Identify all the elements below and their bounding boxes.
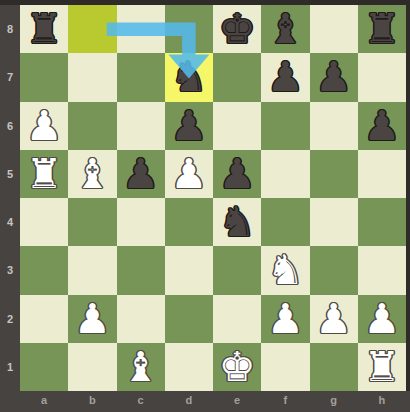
square-a2[interactable]: [20, 295, 68, 343]
black-king-e8[interactable]: ♚: [219, 5, 256, 53]
square-c5[interactable]: ♟: [117, 150, 165, 198]
square-b3[interactable]: [68, 246, 116, 294]
square-e6[interactable]: [213, 102, 261, 150]
rank-coordinate-panel: [0, 5, 20, 412]
square-c3[interactable]: [117, 246, 165, 294]
square-c1[interactable]: ♝: [117, 343, 165, 391]
rank-label-6: 6: [0, 120, 20, 131]
square-a5[interactable]: ♜: [20, 150, 68, 198]
white-pawn-f2[interactable]: ♟: [267, 295, 304, 343]
white-pawn-a6[interactable]: ♟: [26, 102, 63, 150]
square-h5[interactable]: [358, 150, 406, 198]
square-a7[interactable]: [20, 53, 68, 101]
square-b5[interactable]: ♝: [68, 150, 116, 198]
square-d3[interactable]: [165, 246, 213, 294]
black-pawn-f7[interactable]: ♟: [267, 53, 304, 101]
square-a8[interactable]: ♜: [20, 5, 68, 53]
square-f8[interactable]: ♝: [261, 5, 309, 53]
square-a4[interactable]: [20, 198, 68, 246]
square-c6[interactable]: [117, 102, 165, 150]
square-e3[interactable]: [213, 246, 261, 294]
square-h2[interactable]: ♟: [358, 295, 406, 343]
file-label-d: d: [179, 395, 199, 406]
rank-label-1: 1: [0, 361, 20, 372]
white-knight-f3[interactable]: ♞: [267, 246, 304, 294]
rank-label-5: 5: [0, 168, 20, 179]
file-label-e: e: [227, 395, 247, 406]
black-pawn-g7[interactable]: ♟: [315, 53, 352, 101]
square-b8[interactable]: [68, 5, 116, 53]
square-h3[interactable]: [358, 246, 406, 294]
file-label-h: h: [372, 395, 392, 406]
square-g1[interactable]: [310, 343, 358, 391]
square-f1[interactable]: [261, 343, 309, 391]
rank-label-2: 2: [0, 313, 20, 324]
square-f2[interactable]: ♟: [261, 295, 309, 343]
file-label-b: b: [82, 395, 102, 406]
rank-label-4: 4: [0, 217, 20, 228]
rank-label-3: 3: [0, 265, 20, 276]
square-e1[interactable]: ♚: [213, 343, 261, 391]
square-e5[interactable]: ♟: [213, 150, 261, 198]
black-knight-d7[interactable]: ♞: [170, 53, 207, 101]
black-rook-a8[interactable]: ♜: [26, 5, 63, 53]
square-f7[interactable]: ♟: [261, 53, 309, 101]
square-h7[interactable]: [358, 53, 406, 101]
square-g5[interactable]: [310, 150, 358, 198]
square-g4[interactable]: [310, 198, 358, 246]
square-c7[interactable]: [117, 53, 165, 101]
square-b1[interactable]: [68, 343, 116, 391]
square-d8[interactable]: [165, 5, 213, 53]
square-h8[interactable]: ♜: [358, 5, 406, 53]
square-f4[interactable]: [261, 198, 309, 246]
black-bishop-f8[interactable]: ♝: [267, 5, 304, 53]
square-g7[interactable]: ♟: [310, 53, 358, 101]
square-c4[interactable]: [117, 198, 165, 246]
square-b6[interactable]: [68, 102, 116, 150]
white-pawn-g2[interactable]: ♟: [315, 295, 352, 343]
file-label-f: f: [275, 395, 295, 406]
square-a3[interactable]: [20, 246, 68, 294]
square-g8[interactable]: [310, 5, 358, 53]
black-pawn-d6[interactable]: ♟: [170, 102, 207, 150]
square-e8[interactable]: ♚: [213, 5, 261, 53]
square-h4[interactable]: [358, 198, 406, 246]
square-d1[interactable]: [165, 343, 213, 391]
square-f5[interactable]: [261, 150, 309, 198]
square-b7[interactable]: [68, 53, 116, 101]
file-label-c: c: [131, 395, 151, 406]
file-label-a: a: [34, 395, 54, 406]
square-f3[interactable]: ♞: [261, 246, 309, 294]
square-g3[interactable]: [310, 246, 358, 294]
black-knight-e4[interactable]: ♞: [219, 198, 256, 246]
white-pawn-d5[interactable]: ♟: [170, 150, 207, 198]
square-a1[interactable]: [20, 343, 68, 391]
square-d5[interactable]: ♟: [165, 150, 213, 198]
square-b2[interactable]: ♟: [68, 295, 116, 343]
square-c2[interactable]: [117, 295, 165, 343]
white-king-e1[interactable]: ♚: [219, 343, 256, 391]
square-d7[interactable]: ♞: [165, 53, 213, 101]
square-e4[interactable]: ♞: [213, 198, 261, 246]
square-e2[interactable]: [213, 295, 261, 343]
square-b4[interactable]: [68, 198, 116, 246]
black-pawn-c5[interactable]: ♟: [122, 150, 159, 198]
square-h1[interactable]: ♜: [358, 343, 406, 391]
white-rook-a5[interactable]: ♜: [26, 150, 63, 198]
white-bishop-c1[interactable]: ♝: [122, 343, 159, 391]
square-d2[interactable]: [165, 295, 213, 343]
square-c8[interactable]: [117, 5, 165, 53]
white-bishop-b5[interactable]: ♝: [74, 150, 111, 198]
square-h6[interactable]: ♟: [358, 102, 406, 150]
black-rook-h8[interactable]: ♜: [363, 5, 400, 53]
square-f6[interactable]: [261, 102, 309, 150]
white-pawn-b2[interactable]: ♟: [74, 295, 111, 343]
rank-label-8: 8: [0, 24, 20, 35]
file-coordinate-panel: [0, 391, 410, 412]
chess-board: ♜♚♝♜♞♟♟♟♟♟♜♝♟♟♟♞♞♟♟♟♟♝♚♜: [20, 5, 406, 391]
square-d6[interactable]: ♟: [165, 102, 213, 150]
square-a6[interactable]: ♟: [20, 102, 68, 150]
rank-label-7: 7: [0, 72, 20, 83]
square-g6[interactable]: [310, 102, 358, 150]
square-g2[interactable]: ♟: [310, 295, 358, 343]
black-pawn-e5[interactable]: ♟: [219, 150, 256, 198]
white-pawn-h2[interactable]: ♟: [363, 295, 400, 343]
square-d4[interactable]: [165, 198, 213, 246]
chess-app: ♜♚♝♜♞♟♟♟♟♟♜♝♟♟♟♞♞♟♟♟♟♝♚♜ 87654321abcdefg…: [0, 0, 410, 412]
white-rook-h1[interactable]: ♜: [363, 343, 400, 391]
square-e7[interactable]: [213, 53, 261, 101]
black-pawn-h6[interactable]: ♟: [363, 102, 400, 150]
file-label-g: g: [324, 395, 344, 406]
